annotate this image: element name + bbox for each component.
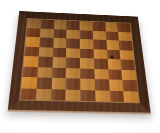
wood-knot: [110, 56, 113, 59]
board-square-c6: [53, 38, 67, 48]
board-square-h3: [122, 69, 137, 80]
board-square-g5: [107, 49, 121, 59]
photo-background: [0, 0, 160, 133]
board-square-f4: [94, 58, 108, 69]
chess-board: [8, 11, 151, 113]
board-square-c2: [51, 78, 66, 89]
board-square-f3: [94, 69, 108, 80]
board-square-h5: [120, 50, 134, 60]
board-square-c4: [52, 57, 66, 68]
board-square-d2: [66, 78, 81, 89]
board-square-d1: [66, 89, 81, 101]
board-square-e5: [80, 48, 94, 58]
board-square-c5: [52, 47, 66, 57]
board-square-b5: [38, 47, 52, 57]
board-square-g6: [106, 40, 120, 50]
board-square-b1: [35, 88, 51, 100]
board-square-a3: [22, 66, 37, 77]
board-square-b2: [36, 77, 51, 88]
board-square-g1: [109, 90, 124, 102]
board-square-a1: [20, 88, 36, 100]
board-square-b4: [38, 57, 53, 68]
board-square-h4: [121, 59, 136, 69]
board-square-g3: [108, 69, 123, 80]
board-square-c3: [52, 67, 67, 78]
perspective-scene: [0, 0, 160, 133]
board-square-b6: [39, 37, 53, 47]
board-square-g2: [109, 79, 124, 90]
board-square-b3: [37, 67, 52, 78]
board-square-f6: [93, 39, 107, 49]
board-square-e4: [80, 58, 94, 69]
board-square-d4: [66, 58, 80, 69]
board-square-a4: [23, 56, 38, 67]
board-square-h2: [122, 80, 137, 91]
board-square-a2: [21, 77, 37, 88]
board-square-c1: [51, 89, 66, 101]
board-square-f2: [94, 79, 109, 90]
board-square-h1: [123, 91, 138, 103]
board-square-e6: [80, 39, 94, 49]
board-square-e1: [80, 90, 95, 102]
board-square-g4: [107, 59, 121, 69]
board-square-d3: [66, 68, 80, 79]
board-square-f5: [93, 49, 107, 59]
board-square-h6: [119, 41, 133, 51]
board-square-e2: [80, 79, 95, 90]
board-square-a5: [24, 46, 39, 56]
board-square-e3: [80, 68, 94, 79]
board-square-d6: [66, 38, 79, 48]
board-playing-area: [20, 19, 139, 102]
board-square-a6: [25, 37, 39, 47]
board-square-f1: [95, 90, 110, 102]
board-square-d5: [66, 48, 80, 58]
